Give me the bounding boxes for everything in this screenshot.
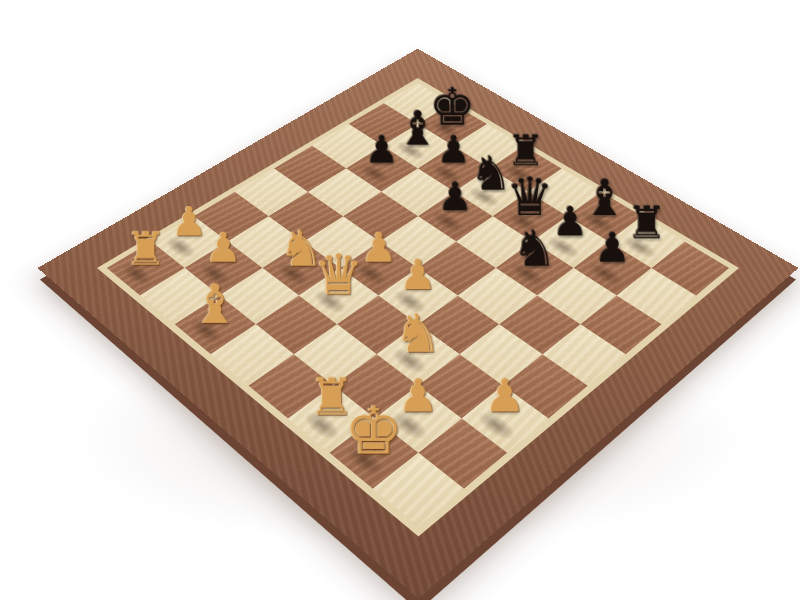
piece-wP-h3[interactable]: ♟ <box>474 366 535 427</box>
piece-wP-b2[interactable]: ♟ <box>196 221 251 276</box>
piece-bP-d6[interactable]: ♟ <box>429 171 482 224</box>
piece-wQ-d3[interactable]: ♛ <box>311 247 367 303</box>
square-h3[interactable]: ♟ <box>462 386 549 453</box>
piece-bP-b6[interactable]: ♟ <box>357 125 408 176</box>
square-a1[interactable]: ♜ <box>107 242 185 296</box>
piece-wN-f3[interactable]: ♞ <box>389 304 448 363</box>
square-f6[interactable]: ♞ <box>496 242 574 296</box>
square-c1[interactable]: ♝ <box>175 296 256 355</box>
piece-bP-g7[interactable]: ♟ <box>585 221 640 276</box>
piece-wB-c1[interactable]: ♝ <box>187 275 244 332</box>
photo-scene: ♚♜♝♜♝♟♞♛♟♟♟♟♞♟♟♞♛♞♟♟♟♟♜♝♜♚ <box>0 0 800 600</box>
square-d3[interactable]: ♛ <box>299 268 378 324</box>
piece-wK-g1[interactable]: ♚ <box>342 399 405 462</box>
piece-bN-f6[interactable]: ♞ <box>507 221 562 276</box>
piece-wP-e4[interactable]: ♟ <box>390 247 446 303</box>
piece-wR-a1[interactable]: ♜ <box>118 221 173 276</box>
